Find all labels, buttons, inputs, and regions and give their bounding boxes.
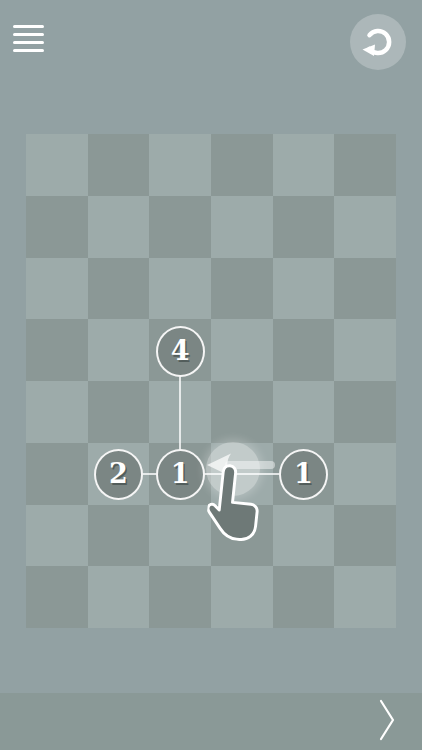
board-square: [149, 505, 211, 567]
menu-button[interactable]: [6, 15, 52, 59]
hamburger-icon: [13, 25, 52, 52]
game-board: [26, 134, 396, 628]
board-square: [149, 566, 211, 628]
board-square: [211, 443, 273, 505]
board-square: [334, 319, 396, 381]
board-square: [273, 505, 335, 567]
board-square: [26, 381, 88, 443]
board-square: [334, 566, 396, 628]
reset-button[interactable]: [350, 14, 406, 70]
board-square: [149, 134, 211, 196]
board-square: [273, 381, 335, 443]
board-square: [88, 505, 150, 567]
board-square: [88, 134, 150, 196]
board-square: [26, 443, 88, 505]
board-square: [149, 258, 211, 320]
board-square: [88, 258, 150, 320]
number-piece[interactable]: 1: [279, 449, 328, 500]
number-piece[interactable]: 4: [156, 326, 205, 377]
board-square: [26, 196, 88, 258]
board-square: [211, 134, 273, 196]
bottom-bar: [0, 693, 422, 750]
board-square: [211, 381, 273, 443]
board-square: [88, 566, 150, 628]
board-square: [88, 319, 150, 381]
app: 4211: [0, 0, 422, 750]
board-square: [334, 196, 396, 258]
chevron-right-icon: [379, 699, 397, 743]
board-square: [334, 381, 396, 443]
board-square: [211, 566, 273, 628]
board-square: [273, 319, 335, 381]
board-square: [26, 258, 88, 320]
board-square: [26, 566, 88, 628]
board-square: [273, 134, 335, 196]
board-square: [211, 505, 273, 567]
board-square: [26, 319, 88, 381]
board-square: [149, 196, 211, 258]
board-square: [334, 134, 396, 196]
board-square: [88, 381, 150, 443]
board-square: [211, 258, 273, 320]
board-square: [88, 196, 150, 258]
board-square: [211, 319, 273, 381]
reset-icon: [361, 25, 395, 59]
board-square: [273, 566, 335, 628]
board-square: [273, 196, 335, 258]
next-button[interactable]: [362, 695, 414, 747]
board-square: [334, 258, 396, 320]
board-square: [334, 505, 396, 567]
board-square: [26, 134, 88, 196]
board-square: [273, 258, 335, 320]
board-square: [26, 505, 88, 567]
number-piece[interactable]: 2: [94, 449, 143, 500]
board-square: [211, 196, 273, 258]
board-square: [149, 381, 211, 443]
number-piece[interactable]: 1: [156, 449, 205, 500]
board-square: [334, 443, 396, 505]
